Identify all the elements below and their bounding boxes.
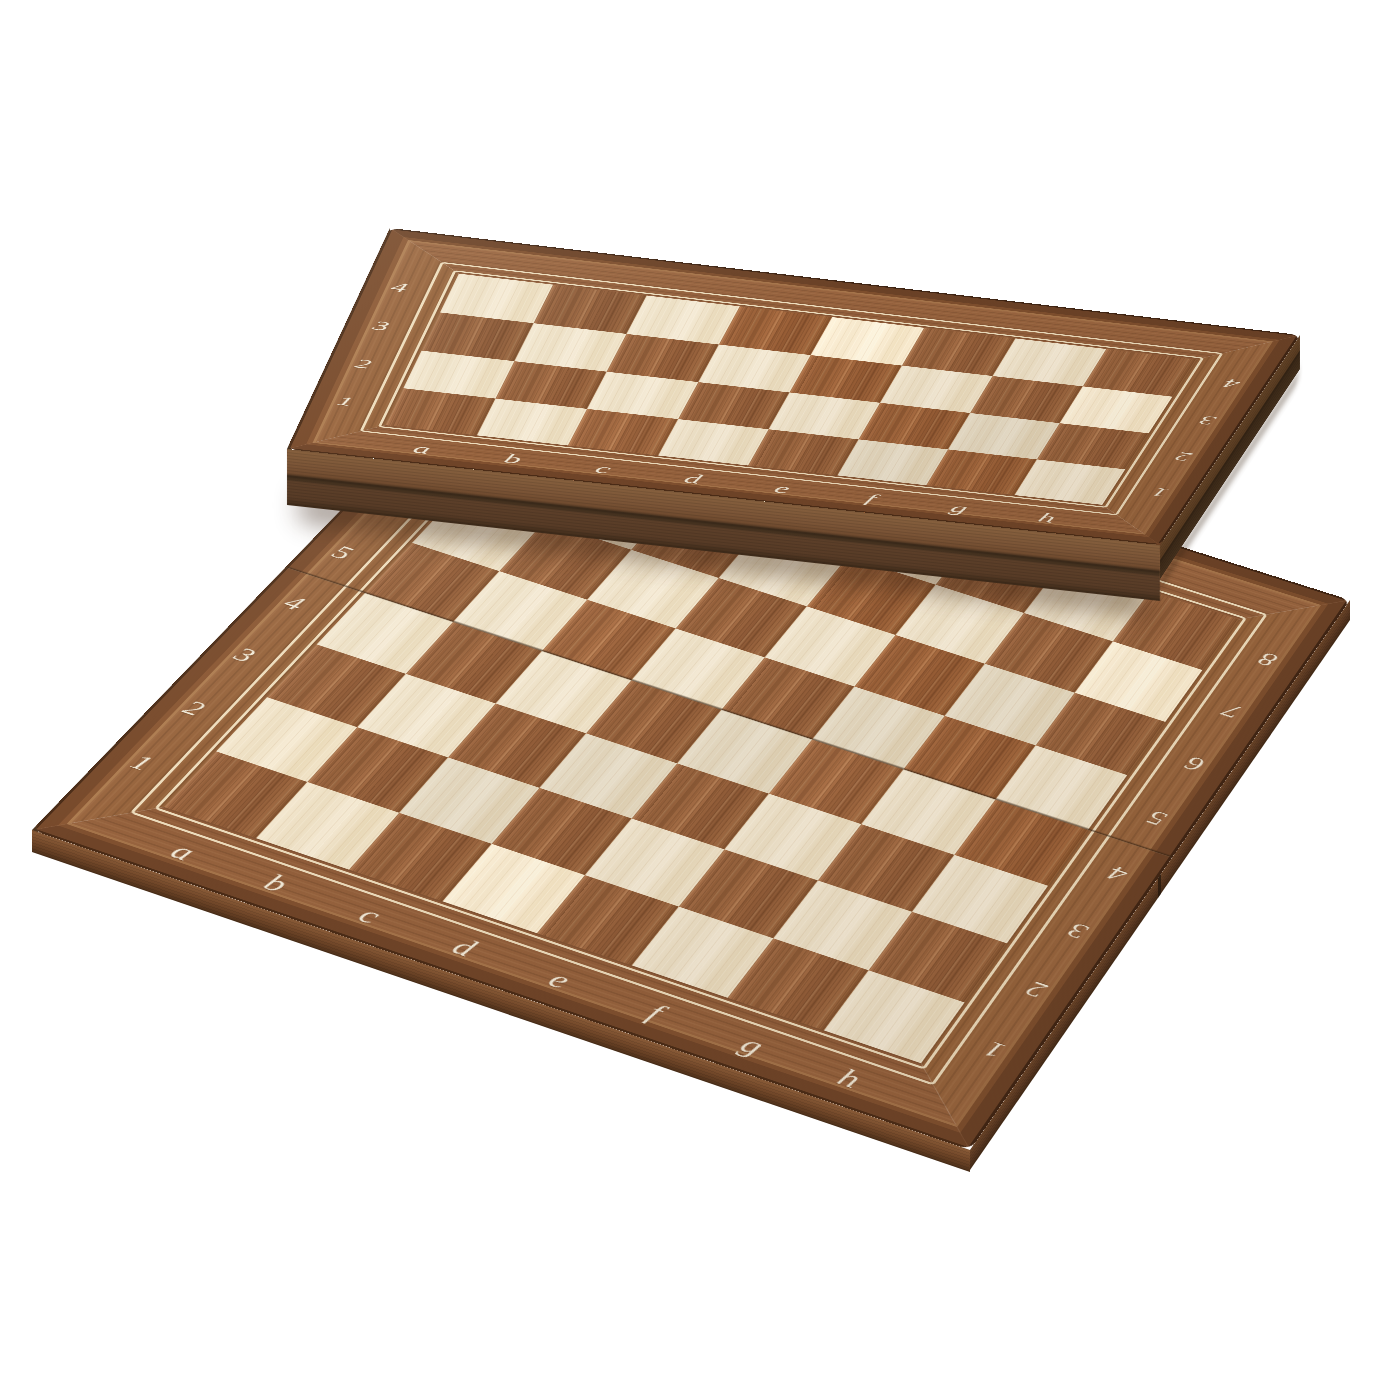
scene: 8765432187654321abcdefgh 43214321abcdefg… [0,0,1400,1400]
